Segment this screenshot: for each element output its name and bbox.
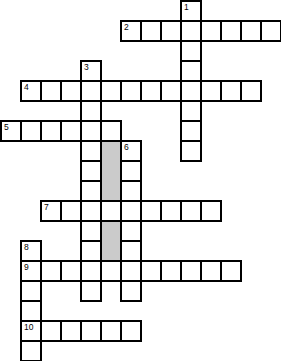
crossword-page: 12345678910 (0, 0, 281, 361)
cell-r1-c11[interactable] (220, 20, 242, 42)
cell-r13-c6[interactable] (120, 260, 142, 282)
cell-r0-c9[interactable] (180, 0, 202, 22)
cell-r17-c1[interactable] (20, 340, 42, 361)
cell-r1-c7[interactable] (140, 20, 162, 42)
cell-r10-c8[interactable] (160, 200, 182, 222)
cell-r10-c6[interactable] (120, 200, 142, 222)
cell-r4-c1[interactable] (20, 80, 42, 102)
cell-r9-c4[interactable] (80, 180, 102, 202)
cell-r4-c6[interactable] (120, 80, 142, 102)
cell-r10-c2[interactable] (40, 200, 62, 222)
cell-r13-c11[interactable] (220, 260, 242, 282)
cell-r14-c1[interactable] (20, 280, 42, 302)
cell-r15-c1[interactable] (20, 300, 42, 322)
cell-r13-c7[interactable] (140, 260, 162, 282)
cell-r14-c6[interactable] (120, 280, 142, 302)
cell-r12-c1[interactable] (20, 240, 42, 262)
cell-r16-c2[interactable] (40, 320, 62, 342)
cell-r4-c3[interactable] (60, 80, 82, 102)
cell-r13-c4[interactable] (80, 260, 102, 282)
cell-r1-c8[interactable] (160, 20, 182, 42)
cell-r11-c4[interactable] (80, 220, 102, 242)
cell-r8-c6[interactable] (120, 160, 142, 182)
cell-r13-c10[interactable] (200, 260, 222, 282)
cell-r1-c10[interactable] (200, 20, 222, 42)
cell-r10-c3[interactable] (60, 200, 82, 222)
cell-r12-c6[interactable] (120, 240, 142, 262)
cell-r13-c8[interactable] (160, 260, 182, 282)
cell-r10-c10[interactable] (200, 200, 222, 222)
cell-r13-c2[interactable] (40, 260, 62, 282)
cell-r2-c9[interactable] (180, 40, 202, 62)
cell-r16-c5[interactable] (100, 320, 122, 342)
cell-r4-c9[interactable] (180, 80, 202, 102)
crossword-grid: 12345678910 (0, 0, 281, 361)
cell-r10-c5[interactable] (100, 200, 122, 222)
cell-r13-c1[interactable] (20, 260, 42, 282)
cell-r13-c3[interactable] (60, 260, 82, 282)
cell-r6-c1[interactable] (20, 120, 42, 142)
cell-r8-c4[interactable] (80, 160, 102, 182)
cell-r16-c1[interactable] (20, 320, 42, 342)
cell-r1-c13[interactable] (260, 20, 281, 42)
cell-r4-c11[interactable] (220, 80, 242, 102)
cell-r4-c5[interactable] (100, 80, 122, 102)
cell-r6-c2[interactable] (40, 120, 62, 142)
cell-r4-c7[interactable] (140, 80, 162, 102)
cell-r5-c4[interactable] (80, 100, 102, 122)
cell-r1-c9[interactable] (180, 20, 202, 42)
cell-r6-c9[interactable] (180, 120, 202, 142)
cell-r6-c5[interactable] (100, 120, 122, 142)
blocked-cells-col5-rows11-12 (102, 222, 120, 260)
cell-r1-c6[interactable] (120, 20, 142, 42)
cell-r6-c0[interactable] (0, 120, 22, 142)
cell-r16-c3[interactable] (60, 320, 82, 342)
cell-r7-c9[interactable] (180, 140, 202, 162)
cell-r13-c9[interactable] (180, 260, 202, 282)
cell-r10-c4[interactable] (80, 200, 102, 222)
cell-r4-c4[interactable] (80, 80, 102, 102)
cell-r4-c2[interactable] (40, 80, 62, 102)
cell-r9-c6[interactable] (120, 180, 142, 202)
cell-r4-c12[interactable] (240, 80, 262, 102)
cell-r11-c6[interactable] (120, 220, 142, 242)
cell-r7-c6[interactable] (120, 140, 142, 162)
cell-r4-c8[interactable] (160, 80, 182, 102)
cell-r4-c10[interactable] (200, 80, 222, 102)
cell-r13-c5[interactable] (100, 260, 122, 282)
cell-r12-c4[interactable] (80, 240, 102, 262)
cell-r10-c7[interactable] (140, 200, 162, 222)
cell-r1-c12[interactable] (240, 20, 262, 42)
cell-r3-c9[interactable] (180, 60, 202, 82)
cell-r6-c3[interactable] (60, 120, 82, 142)
cell-r3-c4[interactable] (80, 60, 102, 82)
cell-r16-c6[interactable] (120, 320, 142, 342)
cell-r14-c4[interactable] (80, 280, 102, 302)
cell-r7-c4[interactable] (80, 140, 102, 162)
blocked-cells-col5-rows7-9 (102, 142, 120, 200)
cell-r6-c4[interactable] (80, 120, 102, 142)
cell-r10-c9[interactable] (180, 200, 202, 222)
cell-r16-c4[interactable] (80, 320, 102, 342)
cell-r5-c9[interactable] (180, 100, 202, 122)
